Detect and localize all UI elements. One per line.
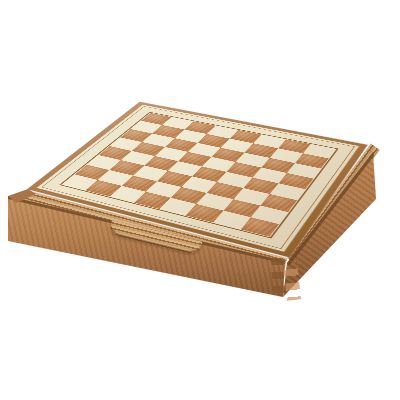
chess-box-photo xyxy=(0,0,400,400)
